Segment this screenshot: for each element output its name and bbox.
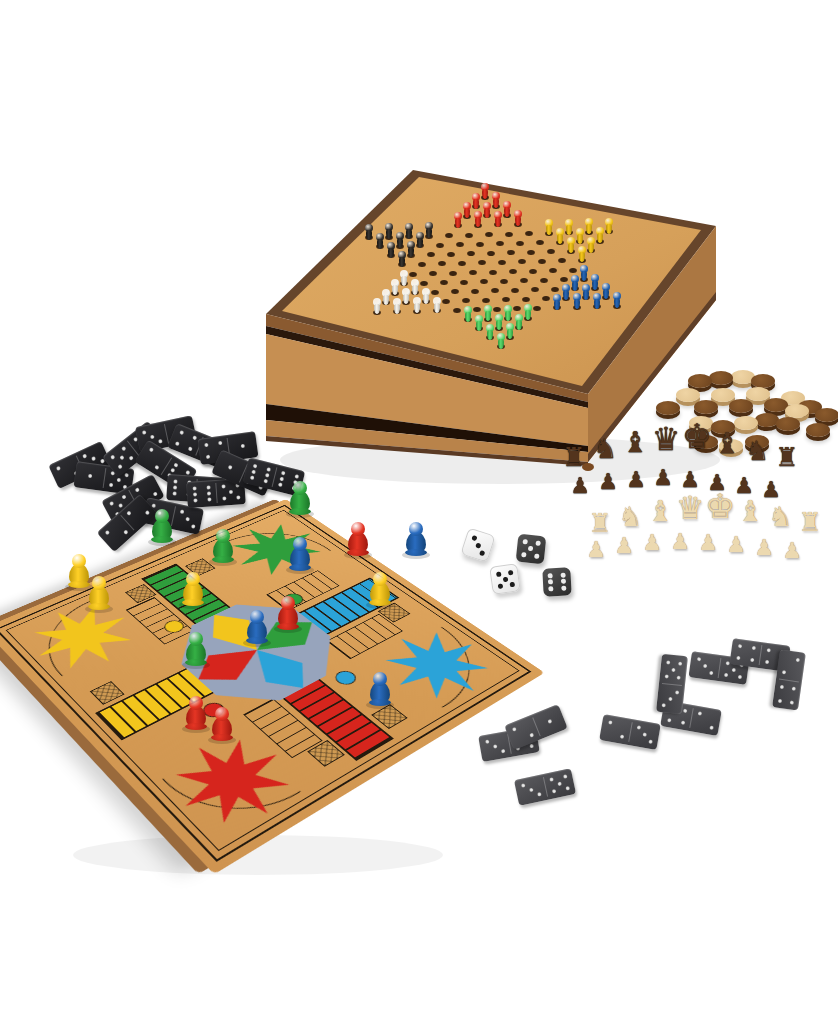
chess-light-bishop[interactable]: ♝ xyxy=(737,497,763,526)
board-hole xyxy=(453,308,461,313)
peg-white[interactable] xyxy=(410,279,420,295)
peg-red[interactable] xyxy=(471,193,481,209)
peg-green[interactable] xyxy=(523,304,533,320)
peg-white[interactable] xyxy=(432,297,442,313)
board-hole xyxy=(505,232,513,237)
pawn-head xyxy=(216,529,230,543)
domino-half-3 xyxy=(628,719,661,750)
checker-disc-light[interactable] xyxy=(746,387,770,401)
pawn-head xyxy=(373,672,387,686)
board-hole xyxy=(409,272,417,277)
ludo-pawn-blue[interactable] xyxy=(246,610,268,644)
pawn-head xyxy=(293,481,307,495)
peg-body xyxy=(507,329,513,339)
peg-body xyxy=(487,330,493,340)
board-hole xyxy=(449,271,457,276)
peg-blue[interactable] xyxy=(570,275,580,291)
peg-body xyxy=(403,294,409,304)
peg-body xyxy=(574,299,580,309)
ludo-pawn-blue[interactable] xyxy=(289,537,311,571)
chess-dark-pawn[interactable]: ♟ xyxy=(570,475,590,497)
die-black-6[interactable] xyxy=(542,567,571,596)
board-hole xyxy=(442,299,450,304)
peg-body xyxy=(579,252,585,262)
chess-dark-bishop[interactable]: ♝ xyxy=(714,429,740,458)
board-hole xyxy=(527,250,535,255)
peg-blue[interactable] xyxy=(552,294,562,310)
ludo-pawn-green[interactable] xyxy=(185,632,207,666)
chess-light-king[interactable]: ♚ xyxy=(705,489,735,523)
pawn-base xyxy=(151,536,173,543)
pawn-base xyxy=(289,508,311,515)
domino-half-4 xyxy=(729,638,761,668)
ludo-pawn-yellow[interactable] xyxy=(68,554,90,588)
pawn-head xyxy=(281,596,295,610)
peg-body xyxy=(568,243,574,253)
peg-body xyxy=(572,281,578,291)
checker-disc-light[interactable] xyxy=(785,404,809,418)
board-hole xyxy=(516,241,524,246)
peg-body xyxy=(554,300,560,310)
chess-dark-rook[interactable]: ♜ xyxy=(562,444,585,470)
peg-body xyxy=(484,208,490,218)
peg-body xyxy=(515,216,521,226)
peg-green[interactable] xyxy=(505,323,515,339)
peg-red[interactable] xyxy=(473,211,483,227)
peg-white[interactable] xyxy=(390,279,400,295)
domino-half-3 xyxy=(688,651,720,681)
board-hole xyxy=(485,232,493,237)
board-hole xyxy=(469,270,477,275)
board-hole xyxy=(529,269,537,274)
pawn-head xyxy=(250,610,264,624)
chess-dark-king[interactable]: ♚ xyxy=(682,419,712,453)
board-hole xyxy=(471,289,479,294)
peg-body xyxy=(377,239,383,249)
board-hole xyxy=(569,268,577,273)
peg-body xyxy=(505,311,511,321)
pawn-base xyxy=(182,599,204,606)
peg-blue[interactable] xyxy=(581,284,591,300)
peg-white[interactable] xyxy=(401,288,411,304)
board-hole xyxy=(445,233,453,238)
peg-body xyxy=(399,257,405,267)
board-hole xyxy=(511,288,519,293)
pawn-base xyxy=(212,556,234,563)
peg-body xyxy=(493,198,499,208)
peg-body xyxy=(455,218,461,228)
peg-black[interactable] xyxy=(404,223,414,239)
peg-body xyxy=(383,295,389,305)
ludo-pawn-yellow[interactable] xyxy=(369,572,391,606)
pawn-base xyxy=(369,599,391,606)
board-hole xyxy=(489,270,497,275)
board-hole xyxy=(458,261,466,266)
peg-yellow[interactable] xyxy=(577,246,587,262)
pawn-head xyxy=(186,572,200,586)
pawn-base xyxy=(405,549,427,556)
chess-light-pawn[interactable]: ♟ xyxy=(642,532,662,554)
peg-black[interactable] xyxy=(406,241,416,257)
domino-half-2 xyxy=(599,714,632,745)
peg-body xyxy=(465,312,471,322)
domino-half-2 xyxy=(776,649,806,681)
peg-black[interactable] xyxy=(386,242,396,258)
peg-body xyxy=(603,289,609,299)
peg-body xyxy=(581,271,587,281)
peg-black[interactable] xyxy=(364,224,374,240)
board-hole xyxy=(460,280,468,285)
pawn-head xyxy=(72,554,86,568)
peg-body xyxy=(594,299,600,309)
peg-black[interactable] xyxy=(415,232,425,248)
chess-light-knight[interactable]: ♞ xyxy=(768,503,792,530)
peg-yellow[interactable] xyxy=(564,219,574,235)
peg-body xyxy=(592,280,598,290)
board-hole xyxy=(482,298,490,303)
peg-body xyxy=(412,285,418,295)
peg-body xyxy=(475,217,481,227)
peg-body xyxy=(516,320,522,330)
peg-body xyxy=(504,207,510,217)
peg-body xyxy=(386,229,392,239)
chess-dark-pawn[interactable]: ♟ xyxy=(626,469,646,491)
peg-red[interactable] xyxy=(462,202,472,218)
chess-light-knight[interactable]: ♞ xyxy=(618,503,642,530)
checker-disc-dark[interactable] xyxy=(688,374,712,388)
chess-light-pawn[interactable]: ♟ xyxy=(670,531,690,553)
peg-blue[interactable] xyxy=(601,283,611,299)
pawn-base xyxy=(185,723,207,730)
peg-green[interactable] xyxy=(463,306,473,322)
chess-dark-rook[interactable]: ♜ xyxy=(775,444,798,470)
domino-half-2 xyxy=(689,705,722,736)
pawn-base xyxy=(185,659,207,666)
board-hole xyxy=(476,242,484,247)
checker-disc-dark[interactable] xyxy=(815,408,838,422)
ludo-pawn-green[interactable] xyxy=(289,481,311,515)
ludo-pawn-red[interactable] xyxy=(211,707,233,741)
peg-black[interactable] xyxy=(397,251,407,267)
chess-light-bishop[interactable]: ♝ xyxy=(647,497,673,526)
board-hole xyxy=(429,271,437,276)
peg-black[interactable] xyxy=(395,232,405,248)
peg-body xyxy=(566,225,572,235)
product-photo-game-set: ♜♞♝♛♚♝♞♜♟♟♟♟♟♟♟♟♜♞♝♛♚♝♞♜♟♟♟♟♟♟♟♟ xyxy=(0,0,838,1024)
chess-dark-pawn[interactable]: ♟ xyxy=(598,471,618,493)
chess-dark-queen[interactable]: ♛ xyxy=(652,423,681,455)
peg-black[interactable] xyxy=(424,222,434,238)
board-hole xyxy=(498,260,506,265)
ludo-pawn-red[interactable] xyxy=(347,522,369,556)
peg-body xyxy=(434,303,440,313)
checker-disc-dark[interactable] xyxy=(694,400,718,414)
peg-white[interactable] xyxy=(412,297,422,313)
peg-white[interactable] xyxy=(381,289,391,305)
board-hole xyxy=(487,251,495,256)
peg-green[interactable] xyxy=(503,305,513,321)
domino-half-3 xyxy=(478,731,511,762)
peg-body xyxy=(614,298,620,308)
chess-light-pawn[interactable]: ♟ xyxy=(754,537,774,559)
chess-light-pawn[interactable]: ♟ xyxy=(726,534,746,556)
ludo-pawn-red[interactable] xyxy=(185,696,207,730)
peg-blue[interactable] xyxy=(572,293,582,309)
board-hole xyxy=(522,297,530,302)
checker-disc-dark[interactable] xyxy=(806,423,830,437)
peg-yellow[interactable] xyxy=(575,228,585,244)
peg-yellow[interactable] xyxy=(586,237,596,253)
pawn-head xyxy=(189,632,203,646)
peg-white[interactable] xyxy=(372,298,382,314)
board-hole xyxy=(540,278,548,283)
peg-body xyxy=(406,229,412,239)
peg-body xyxy=(586,224,592,234)
peg-body xyxy=(577,234,583,244)
chess-dark-pawn[interactable]: ♟ xyxy=(653,467,673,489)
peg-yellow[interactable] xyxy=(544,219,554,235)
peg-body xyxy=(394,304,400,314)
ludo-pawn-green[interactable] xyxy=(212,529,234,563)
peg-body xyxy=(563,290,569,300)
ludo-pawn-yellow[interactable] xyxy=(182,572,204,606)
peg-body xyxy=(374,304,380,314)
peg-blue[interactable] xyxy=(579,265,589,281)
pawn-head xyxy=(92,576,106,590)
pawn-base xyxy=(277,623,299,630)
board-hole xyxy=(500,279,508,284)
peg-body xyxy=(426,228,432,238)
pawn-base xyxy=(68,581,90,588)
pawn-head xyxy=(293,537,307,551)
peg-body xyxy=(557,234,563,244)
checker-disc-light[interactable] xyxy=(676,388,700,402)
die-black-5[interactable] xyxy=(516,534,547,565)
chess-dark-pawn[interactable]: ♟ xyxy=(761,479,781,501)
peg-blue[interactable] xyxy=(612,292,622,308)
board-hole xyxy=(549,268,557,273)
peg-body xyxy=(417,238,423,248)
chess-dark-knight[interactable]: ♞ xyxy=(745,437,769,464)
peg-green[interactable] xyxy=(496,333,506,349)
peg-body xyxy=(606,224,612,234)
domino-half-1 xyxy=(73,461,105,491)
peg-green[interactable] xyxy=(485,324,495,340)
chess-light-pawn[interactable]: ♟ xyxy=(698,532,718,554)
chess-light-pawn[interactable]: ♟ xyxy=(614,535,634,557)
peg-yellow[interactable] xyxy=(566,237,576,253)
peg-body xyxy=(397,238,403,248)
peg-red[interactable] xyxy=(493,211,503,227)
peg-body xyxy=(392,285,398,295)
pawn-head xyxy=(155,509,169,523)
peg-blue[interactable] xyxy=(561,284,571,300)
peg-body xyxy=(414,303,420,313)
board-hole xyxy=(436,243,444,248)
checker-disc-dark[interactable] xyxy=(709,371,733,385)
domino-half-4 xyxy=(772,678,802,710)
chess-dark-bishop[interactable]: ♝ xyxy=(622,428,648,457)
peg-yellow[interactable] xyxy=(595,227,605,243)
chess-light-rook[interactable]: ♜ xyxy=(588,510,611,536)
ludo-pawn-yellow[interactable] xyxy=(88,576,110,610)
pawn-head xyxy=(215,707,229,721)
peg-body xyxy=(401,276,407,286)
ludo-pawn-red[interactable] xyxy=(277,596,299,630)
checker-disc-dark[interactable] xyxy=(656,401,680,415)
peg-yellow[interactable] xyxy=(555,228,565,244)
peg-body xyxy=(588,243,594,253)
board-hole xyxy=(465,233,473,238)
peg-white[interactable] xyxy=(399,270,409,286)
domino-half-3 xyxy=(656,683,685,715)
chess-light-pawn[interactable]: ♟ xyxy=(586,539,606,561)
peg-red[interactable] xyxy=(480,183,490,199)
peg-black[interactable] xyxy=(375,233,385,249)
peg-red[interactable] xyxy=(482,202,492,218)
board-hole xyxy=(538,259,546,264)
pawn-base xyxy=(347,549,369,556)
peg-body xyxy=(485,311,491,321)
pawn-head xyxy=(409,522,423,536)
pawn-base xyxy=(369,699,391,706)
board-hole xyxy=(447,252,455,257)
peg-blue[interactable] xyxy=(590,274,600,290)
board-hole xyxy=(420,281,428,286)
peg-body xyxy=(496,320,502,330)
board-hole xyxy=(418,262,426,267)
board-hole xyxy=(431,290,439,295)
peg-body xyxy=(366,230,372,240)
peg-body xyxy=(464,208,470,218)
peg-body xyxy=(473,199,479,209)
chess-light-rook[interactable]: ♜ xyxy=(798,509,821,535)
peg-green[interactable] xyxy=(483,305,493,321)
chess-light-pawn[interactable]: ♟ xyxy=(782,540,802,562)
peg-body xyxy=(408,247,414,257)
peg-black[interactable] xyxy=(384,223,394,239)
die-white-5[interactable] xyxy=(489,563,521,595)
peg-yellow[interactable] xyxy=(604,218,614,234)
peg-white[interactable] xyxy=(392,298,402,314)
peg-body xyxy=(388,248,394,258)
ludo-pawn-blue[interactable] xyxy=(369,672,391,706)
peg-body xyxy=(498,339,504,349)
peg-yellow[interactable] xyxy=(584,218,594,234)
board-hole xyxy=(551,287,559,292)
pawn-base xyxy=(246,637,268,644)
peg-green[interactable] xyxy=(514,314,524,330)
peg-red[interactable] xyxy=(453,212,463,228)
ludo-pawn-blue[interactable] xyxy=(405,522,427,556)
peg-body xyxy=(423,294,429,304)
peg-body xyxy=(583,290,589,300)
board-hole xyxy=(533,306,541,311)
peg-body xyxy=(495,217,501,227)
pawn-base xyxy=(211,734,233,741)
domino-half-5 xyxy=(659,654,688,686)
chess-dark-pawn[interactable]: ♟ xyxy=(680,469,700,491)
pawn-head xyxy=(189,696,203,710)
pawn-base xyxy=(88,603,110,610)
peg-green[interactable] xyxy=(474,315,484,331)
chess-dark-knight[interactable]: ♞ xyxy=(593,435,617,462)
pawn-base xyxy=(289,564,311,571)
domino-half-6 xyxy=(186,480,217,508)
peg-body xyxy=(476,321,482,331)
peg-red[interactable] xyxy=(513,210,523,226)
checker-disc-dark[interactable] xyxy=(729,399,753,413)
checker-disc-dark[interactable] xyxy=(751,374,775,388)
checker-disc-dark[interactable] xyxy=(776,417,800,431)
board-hole xyxy=(509,269,517,274)
board-hole xyxy=(525,231,533,236)
ludo-pawn-green[interactable] xyxy=(151,509,173,543)
board-hole xyxy=(493,307,501,312)
peg-white[interactable] xyxy=(421,288,431,304)
peg-red[interactable] xyxy=(502,201,512,217)
peg-body xyxy=(597,233,603,243)
pawn-head xyxy=(351,522,365,536)
peg-red[interactable] xyxy=(491,192,501,208)
peg-body xyxy=(482,189,488,199)
checker-disc-light[interactable] xyxy=(711,388,735,402)
peg-blue[interactable] xyxy=(592,293,602,309)
peg-body xyxy=(546,225,552,235)
peg-green[interactable] xyxy=(494,314,504,330)
pawn-head xyxy=(373,572,387,586)
chess-light-queen[interactable]: ♛ xyxy=(676,492,705,524)
peg-body xyxy=(525,310,531,320)
